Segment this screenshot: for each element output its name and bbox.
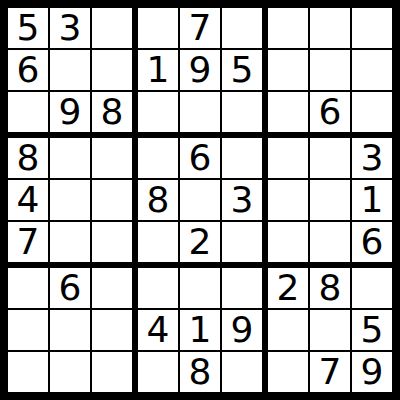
cell-r8c8[interactable] (310, 310, 352, 352)
cell-r6c1[interactable]: 7 (8, 222, 50, 268)
cell-r7c3[interactable] (92, 268, 138, 310)
cell-r9c3[interactable] (92, 352, 138, 392)
cell-r9c5[interactable]: 8 (180, 352, 222, 392)
cell-r7c2[interactable]: 6 (50, 268, 92, 310)
cell-r9c8[interactable]: 7 (310, 352, 352, 392)
cell-r3c8[interactable]: 6 (310, 92, 352, 138)
cell-r7c6[interactable] (222, 268, 268, 310)
cell-r5c7[interactable] (268, 180, 310, 222)
cell-r5c8[interactable] (310, 180, 352, 222)
cell-r4c9[interactable]: 3 (352, 138, 392, 180)
cell-r2c6[interactable]: 5 (222, 50, 268, 92)
cell-r2c7[interactable] (268, 50, 310, 92)
cell-r9c7[interactable] (268, 352, 310, 392)
cell-r9c1[interactable] (8, 352, 50, 392)
cell-r7c9[interactable] (352, 268, 392, 310)
cell-r4c7[interactable] (268, 138, 310, 180)
cell-r1c3[interactable] (92, 8, 138, 50)
cell-r8c7[interactable] (268, 310, 310, 352)
cell-r8c3[interactable] (92, 310, 138, 352)
cell-r1c4[interactable] (138, 8, 180, 50)
cell-r3c6[interactable] (222, 92, 268, 138)
cell-r7c5[interactable] (180, 268, 222, 310)
cell-r1c5[interactable]: 7 (180, 8, 222, 50)
cell-r4c2[interactable] (50, 138, 92, 180)
sudoku-board: 537619598686348317266284195879 (0, 0, 400, 400)
cell-r6c9[interactable]: 6 (352, 222, 392, 268)
cell-r1c1[interactable]: 5 (8, 8, 50, 50)
cell-r8c2[interactable] (50, 310, 92, 352)
cell-r4c4[interactable] (138, 138, 180, 180)
cell-r3c4[interactable] (138, 92, 180, 138)
cell-r1c6[interactable] (222, 8, 268, 50)
cell-r1c8[interactable] (310, 8, 352, 50)
cell-r7c8[interactable]: 8 (310, 268, 352, 310)
cell-r6c2[interactable] (50, 222, 92, 268)
cell-r7c7[interactable]: 2 (268, 268, 310, 310)
cell-r6c4[interactable] (138, 222, 180, 268)
cell-r8c9[interactable]: 5 (352, 310, 392, 352)
cell-r2c8[interactable] (310, 50, 352, 92)
cell-r5c5[interactable] (180, 180, 222, 222)
cell-r6c3[interactable] (92, 222, 138, 268)
cell-r8c5[interactable]: 1 (180, 310, 222, 352)
cell-r7c1[interactable] (8, 268, 50, 310)
cell-r7c4[interactable] (138, 268, 180, 310)
cell-r3c9[interactable] (352, 92, 392, 138)
cell-r2c9[interactable] (352, 50, 392, 92)
cell-r5c1[interactable]: 4 (8, 180, 50, 222)
cell-r9c4[interactable] (138, 352, 180, 392)
cell-r3c1[interactable] (8, 92, 50, 138)
cell-r6c6[interactable] (222, 222, 268, 268)
cell-r9c9[interactable]: 9 (352, 352, 392, 392)
cell-r8c4[interactable]: 4 (138, 310, 180, 352)
cell-r9c2[interactable] (50, 352, 92, 392)
cell-r1c9[interactable] (352, 8, 392, 50)
cell-r5c4[interactable]: 8 (138, 180, 180, 222)
cell-r2c1[interactable]: 6 (8, 50, 50, 92)
cell-r8c1[interactable] (8, 310, 50, 352)
cell-r2c5[interactable]: 9 (180, 50, 222, 92)
cell-r6c5[interactable]: 2 (180, 222, 222, 268)
cell-r2c3[interactable] (92, 50, 138, 92)
cell-r3c5[interactable] (180, 92, 222, 138)
cell-r6c7[interactable] (268, 222, 310, 268)
cell-r4c3[interactable] (92, 138, 138, 180)
cell-r2c2[interactable] (50, 50, 92, 92)
cell-r5c3[interactable] (92, 180, 138, 222)
cell-r8c6[interactable]: 9 (222, 310, 268, 352)
cell-r3c3[interactable]: 8 (92, 92, 138, 138)
cell-r5c9[interactable]: 1 (352, 180, 392, 222)
cell-r5c2[interactable] (50, 180, 92, 222)
sudoku-page: 537619598686348317266284195879 (0, 0, 400, 400)
cell-r4c1[interactable]: 8 (8, 138, 50, 180)
cell-r3c2[interactable]: 9 (50, 92, 92, 138)
cell-r4c5[interactable]: 6 (180, 138, 222, 180)
cell-r5c6[interactable]: 3 (222, 180, 268, 222)
cell-r4c6[interactable] (222, 138, 268, 180)
cell-r2c4[interactable]: 1 (138, 50, 180, 92)
cell-r1c7[interactable] (268, 8, 310, 50)
cell-r6c8[interactable] (310, 222, 352, 268)
cell-r9c6[interactable] (222, 352, 268, 392)
cell-r1c2[interactable]: 3 (50, 8, 92, 50)
cell-r3c7[interactable] (268, 92, 310, 138)
cell-r4c8[interactable] (310, 138, 352, 180)
